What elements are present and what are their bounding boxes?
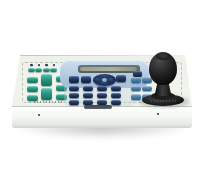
device-front-face	[12, 106, 192, 128]
rocker-key	[41, 88, 52, 100]
keypad-key	[69, 100, 80, 105]
nav-key	[116, 75, 126, 82]
mini-key	[43, 68, 50, 72]
mini-key	[28, 68, 35, 72]
photo-canvas	[0, 0, 200, 170]
keypad-key	[83, 93, 94, 98]
microtext-left	[34, 101, 64, 103]
status-led	[45, 64, 48, 67]
keypad-key	[111, 86, 122, 91]
joystick-cap	[156, 53, 171, 60]
nav-key	[81, 76, 91, 83]
mini-key	[50, 68, 57, 72]
keypad-key	[111, 93, 122, 98]
function-key	[27, 77, 38, 83]
nav-center-key	[102, 78, 107, 82]
keypad-key	[69, 93, 80, 98]
keypad-key	[83, 86, 94, 91]
nav-right-key	[109, 78, 114, 82]
control-key	[131, 86, 141, 92]
nav-key	[69, 76, 79, 83]
front-slot	[84, 105, 112, 109]
mini-key	[35, 68, 42, 72]
control-key	[142, 86, 152, 92]
nav-down-key	[101, 82, 107, 85]
keypad-key	[97, 86, 108, 91]
lcd-screen	[80, 67, 137, 72]
nav-key	[133, 71, 142, 77]
status-led	[30, 64, 33, 67]
nav-left-key	[95, 78, 100, 82]
function-key	[27, 86, 38, 92]
keypad-key	[111, 100, 122, 105]
control-key	[131, 77, 141, 83]
keypad-key	[97, 93, 108, 98]
rocker-key	[41, 74, 52, 86]
keypad-key	[69, 86, 80, 91]
microtext-right	[151, 100, 178, 102]
